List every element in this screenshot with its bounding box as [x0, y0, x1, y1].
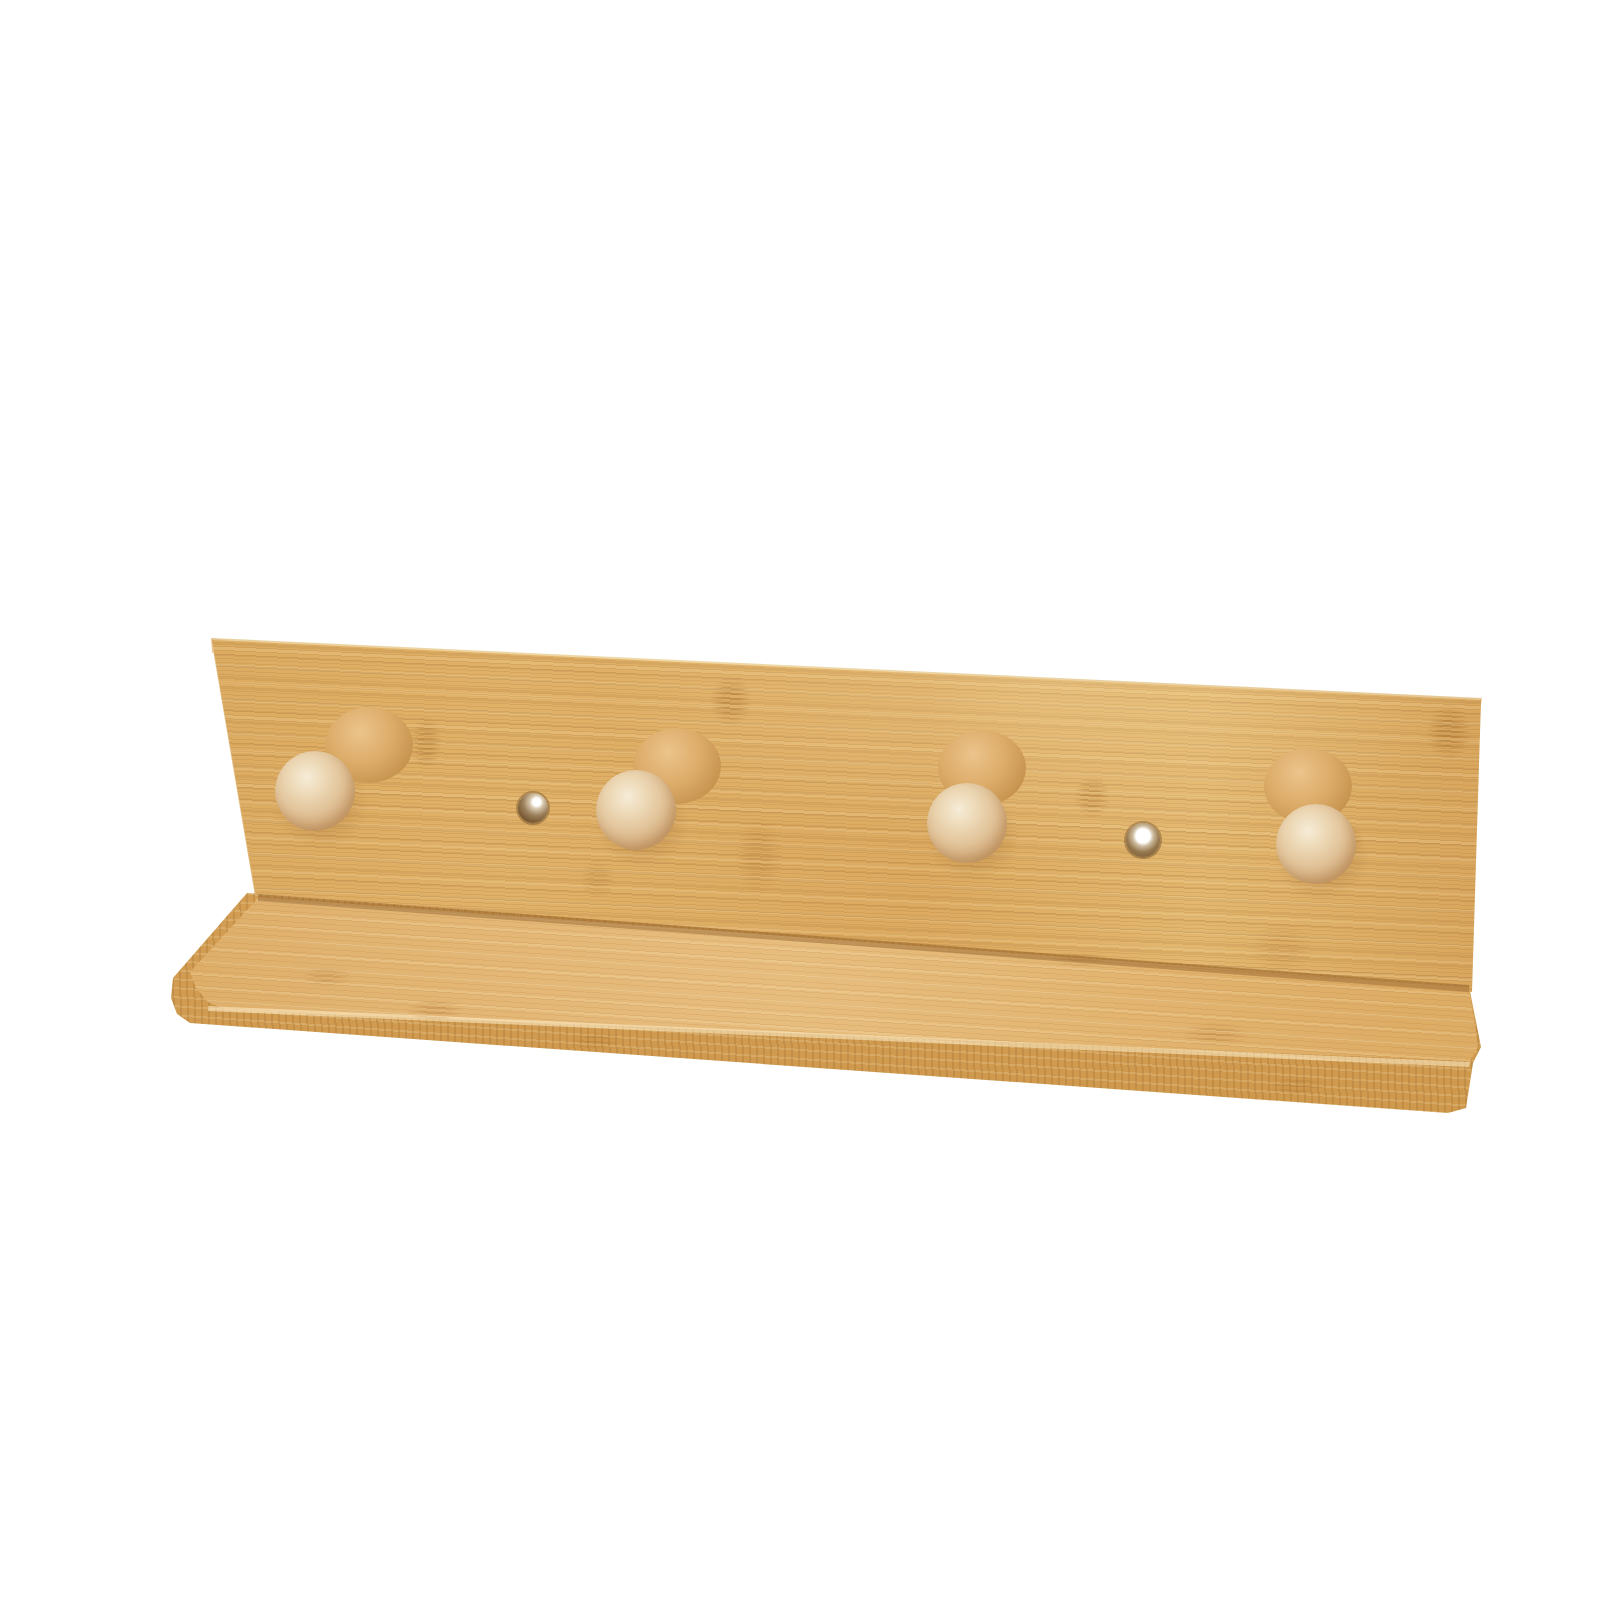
peg-ball [1276, 804, 1356, 884]
coat-rack [40, 16, 1600, 1600]
coat-peg-4 [40, 16, 1600, 1600]
product-photo [40, 16, 1600, 1600]
screw-hole-2 [1126, 823, 1160, 857]
screw-hole-1 [518, 793, 548, 823]
